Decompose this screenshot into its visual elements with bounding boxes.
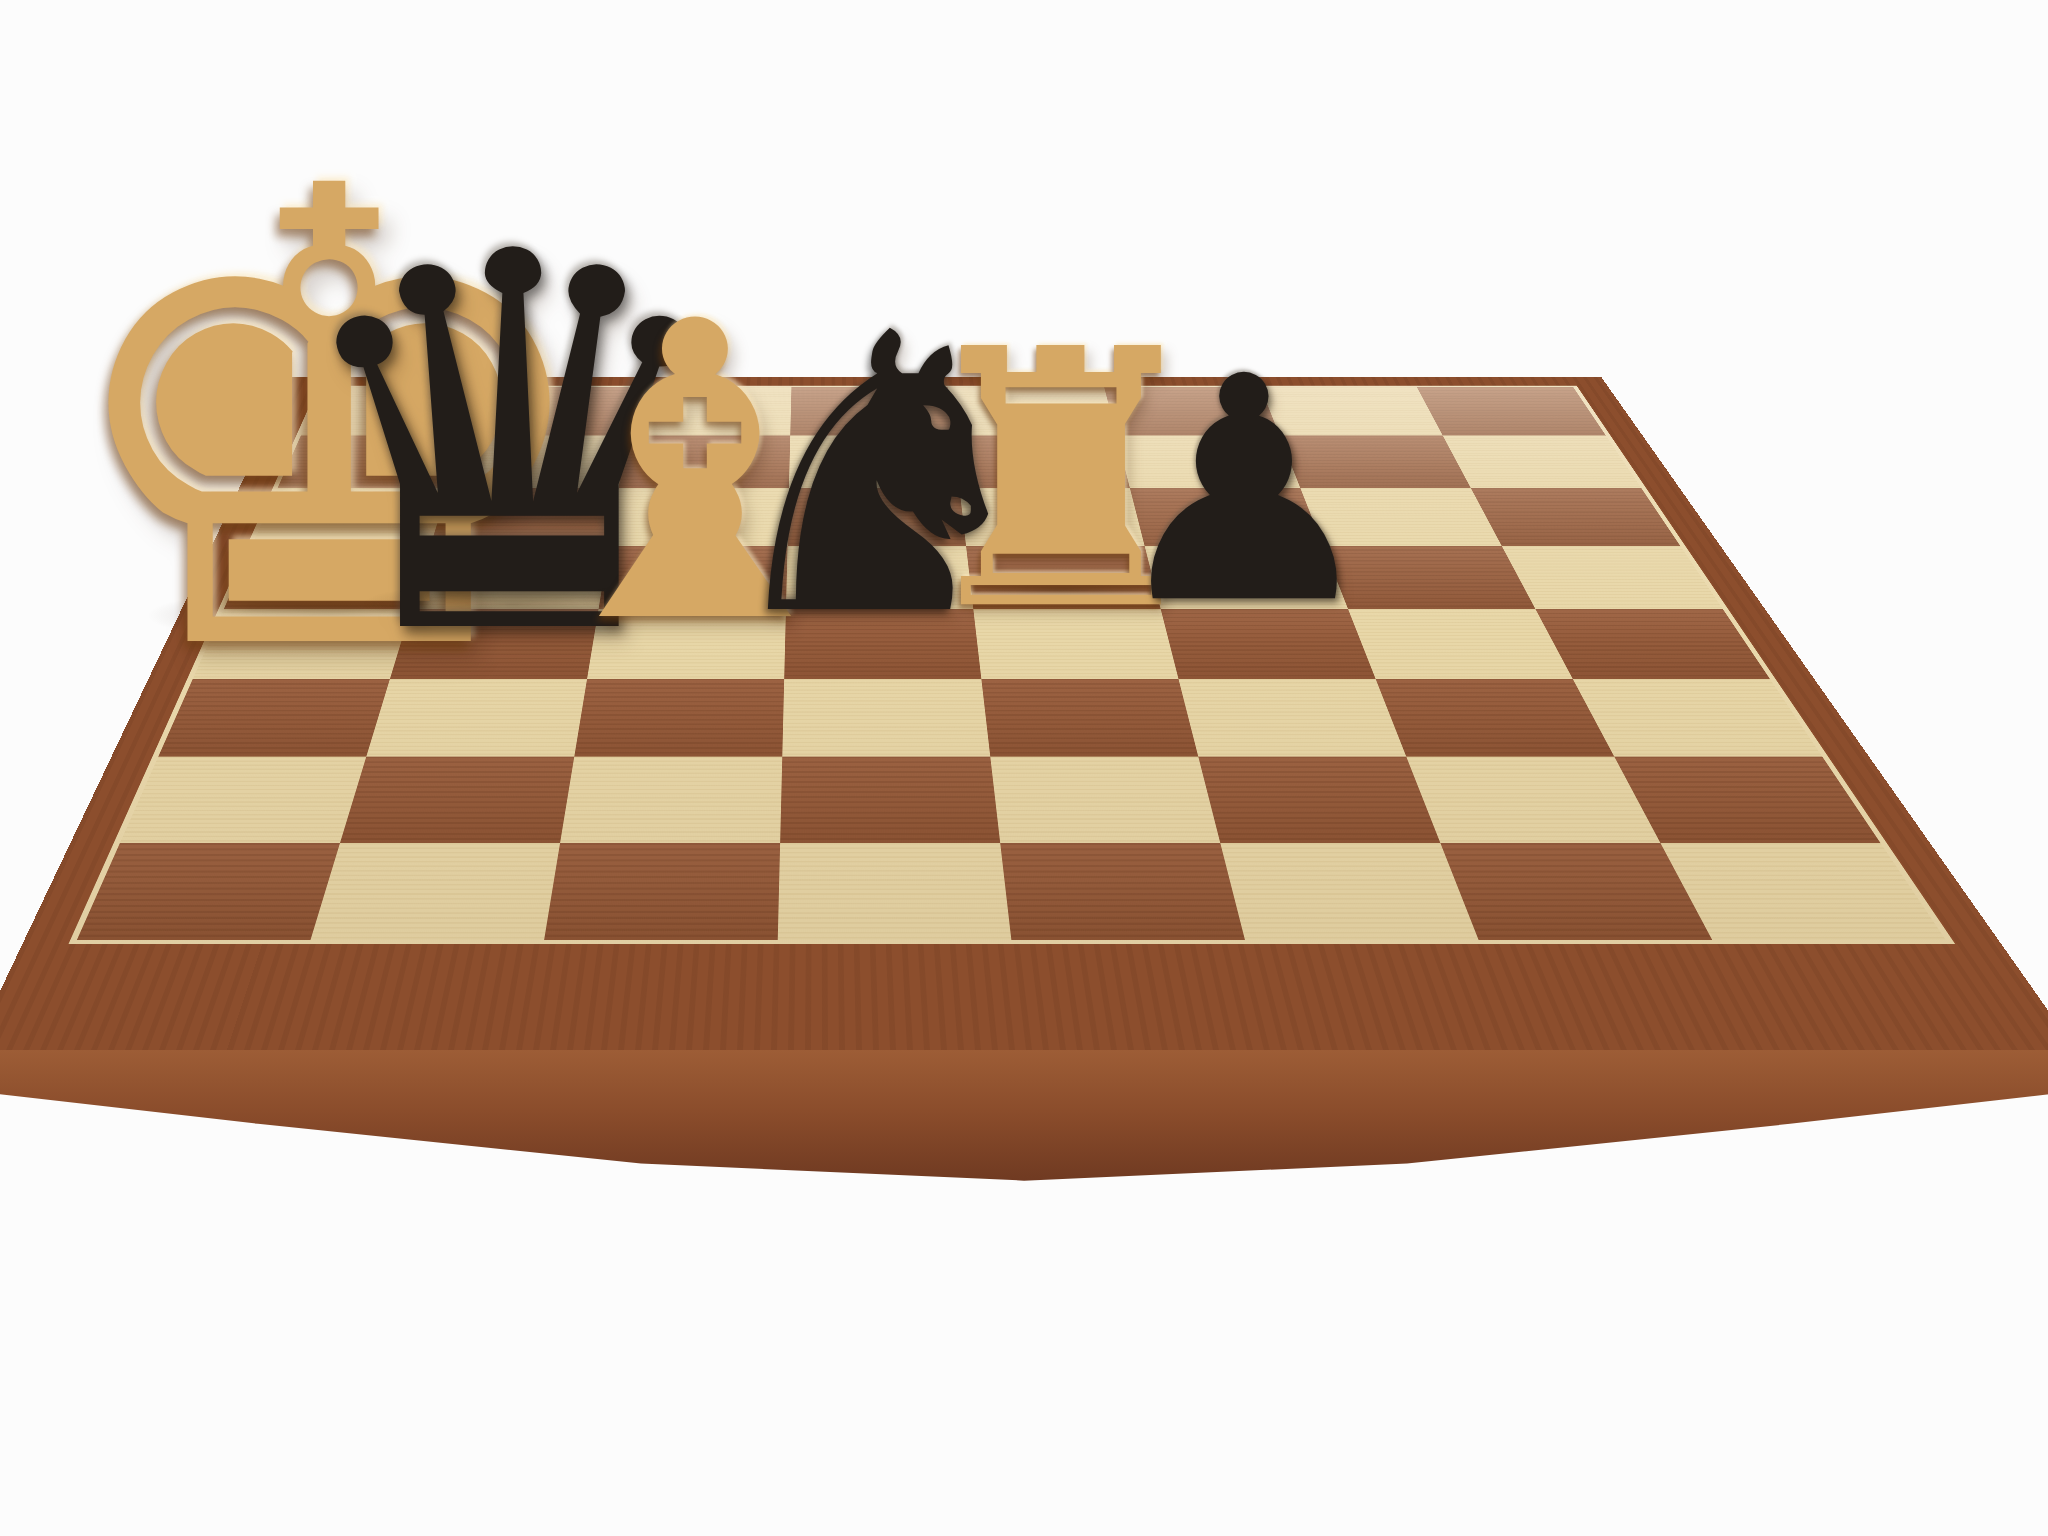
square-b1[interactable] [310,843,560,940]
photo-stage: ♚♛♝♞♜♟ [0,0,2048,1536]
square-h7[interactable] [1443,436,1642,489]
square-h3[interactable] [1573,679,1822,757]
square-f2[interactable] [1198,756,1440,843]
square-f3[interactable] [1178,679,1406,757]
square-d1[interactable] [778,843,1012,940]
square-h5[interactable] [1502,546,1723,609]
square-h8[interactable] [1417,387,1606,435]
black-pawn[interactable]: ♟ [1105,336,1383,646]
square-d2[interactable] [780,756,1000,843]
black-pawn-glyph: ♟ [1105,336,1383,646]
square-a1[interactable] [77,843,340,940]
square-c1[interactable] [544,843,780,940]
square-h2[interactable] [1614,756,1880,843]
square-e1[interactable] [1000,843,1245,940]
square-h6[interactable] [1471,488,1680,546]
square-e2[interactable] [990,756,1220,843]
square-f1[interactable] [1220,843,1478,940]
square-h4[interactable] [1535,609,1769,679]
